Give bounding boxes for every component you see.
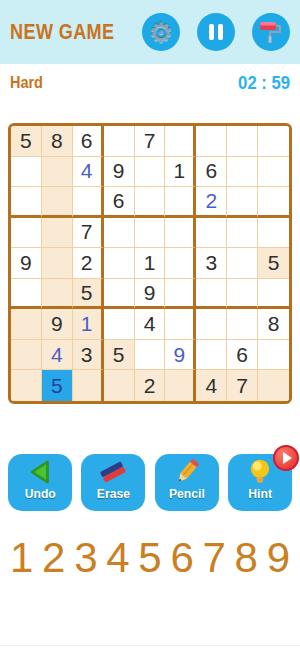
settings-button[interactable]: ⚙ (142, 13, 180, 51)
sudoku-cell-r1c3[interactable]: 6 (73, 126, 104, 157)
sudoku-cell-r6c2[interactable] (42, 279, 73, 310)
sudoku-cell-r7c8[interactable] (227, 309, 258, 340)
sudoku-board: 5867491662792135599148435965247 (8, 123, 292, 404)
paint-roller-icon (258, 19, 284, 45)
sudoku-cell-r1c8[interactable] (227, 126, 258, 157)
sudoku-cell-r7c4[interactable] (104, 309, 135, 340)
sudoku-cell-r3c8[interactable] (227, 187, 258, 218)
sudoku-cell-r1c4[interactable] (104, 126, 135, 157)
sudoku-cell-r4c4[interactable] (104, 218, 135, 249)
hint-label: Hint (248, 486, 272, 501)
sudoku-cell-r8c2[interactable]: 4 (42, 340, 73, 371)
sudoku-cell-r6c9[interactable] (258, 279, 289, 310)
sudoku-cell-r7c9[interactable]: 8 (258, 309, 289, 340)
page-title: NEW GAME (10, 19, 115, 45)
sudoku-cell-r4c1[interactable] (11, 218, 42, 249)
video-ad-play-icon (273, 445, 299, 471)
sudoku-cell-r9c9[interactable] (258, 370, 289, 401)
sudoku-cell-r9c4[interactable] (104, 370, 135, 401)
sudoku-cell-r6c5[interactable]: 9 (135, 279, 166, 310)
sudoku-cell-r1c7[interactable] (196, 126, 227, 157)
bottom-divider (0, 645, 300, 646)
top-bar-buttons: ⚙ (142, 13, 290, 51)
numpad-digit-9[interactable]: 9 (267, 537, 290, 579)
status-row: Hard 02 : 59 (0, 64, 300, 102)
sudoku-cell-r8c5[interactable] (135, 340, 166, 371)
sudoku-cell-r3c7[interactable]: 2 (196, 187, 227, 218)
top-bar: NEW GAME ⚙ (0, 0, 300, 64)
sudoku-cell-r2c9[interactable] (258, 157, 289, 188)
sudoku-cell-r6c8[interactable] (227, 279, 258, 310)
sudoku-cell-r9c3[interactable] (73, 370, 104, 401)
sudoku-cell-r8c4[interactable]: 5 (104, 340, 135, 371)
erase-label: Erase (97, 486, 130, 501)
numpad-digit-1[interactable]: 1 (10, 537, 33, 579)
sudoku-cell-r3c9[interactable] (258, 187, 289, 218)
sudoku-cell-r9c8[interactable]: 7 (227, 370, 258, 401)
numpad-digit-7[interactable]: 7 (202, 537, 225, 579)
sudoku-cell-r9c1[interactable] (11, 370, 42, 401)
sudoku-cell-r9c5[interactable]: 2 (135, 370, 166, 401)
pause-icon (209, 24, 223, 40)
sudoku-cell-r2c2[interactable] (42, 157, 73, 188)
sudoku-cell-r8c8[interactable]: 6 (227, 340, 258, 371)
sudoku-cell-r3c2[interactable] (42, 187, 73, 218)
sudoku-cell-r3c3[interactable] (73, 187, 104, 218)
sudoku-cell-r9c7[interactable]: 4 (196, 370, 227, 401)
undo-button[interactable]: Undo (8, 454, 72, 511)
pencil-icon (172, 457, 202, 487)
sudoku-cell-r1c2[interactable]: 8 (42, 126, 73, 157)
sudoku-cell-r8c3[interactable]: 3 (73, 340, 104, 371)
sudoku-cell-r6c4[interactable] (104, 279, 135, 310)
sudoku-cell-r3c4[interactable]: 6 (104, 187, 135, 218)
sudoku-cell-r8c9[interactable] (258, 340, 289, 371)
theme-button[interactable] (252, 13, 290, 51)
sudoku-cell-r5c7[interactable]: 3 (196, 248, 227, 279)
sudoku-cell-r4c3[interactable]: 7 (73, 218, 104, 249)
numpad-digit-3[interactable]: 3 (74, 537, 97, 579)
sudoku-cell-r7c5[interactable]: 4 (135, 309, 166, 340)
undo-arrow-icon (25, 457, 55, 487)
sudoku-cell-r1c1[interactable]: 5 (11, 126, 42, 157)
action-toolbar: Undo Erase Pencil (0, 454, 300, 511)
numpad-digit-6[interactable]: 6 (170, 537, 193, 579)
sudoku-cell-r2c8[interactable] (227, 157, 258, 188)
numpad-digit-5[interactable]: 5 (138, 537, 161, 579)
sudoku-cell-r7c7[interactable] (196, 309, 227, 340)
sudoku-cell-r2c4[interactable]: 9 (104, 157, 135, 188)
sudoku-cell-r2c6[interactable]: 1 (165, 157, 196, 188)
sudoku-cell-r7c3[interactable]: 1 (73, 309, 104, 340)
sudoku-cell-r1c5[interactable]: 7 (135, 126, 166, 157)
sudoku-cell-r5c4[interactable] (104, 248, 135, 279)
numpad-digit-2[interactable]: 2 (42, 537, 65, 579)
sudoku-cell-r4c9[interactable] (258, 218, 289, 249)
sudoku-cell-r5c6[interactable] (165, 248, 196, 279)
sudoku-cell-r5c8[interactable] (227, 248, 258, 279)
sudoku-cell-r3c5[interactable] (135, 187, 166, 218)
eraser-icon (98, 457, 128, 487)
sudoku-cell-r4c5[interactable] (135, 218, 166, 249)
sudoku-app: NEW GAME ⚙ Hard 02 : 59 5867491662792135… (0, 0, 300, 649)
sudoku-cell-r3c6[interactable] (165, 187, 196, 218)
sudoku-cell-r2c5[interactable] (135, 157, 166, 188)
timer: 02 : 59 (238, 72, 290, 94)
lightbulb-icon (245, 457, 275, 487)
sudoku-cell-r6c6[interactable] (165, 279, 196, 310)
sudoku-cell-r3c1[interactable] (11, 187, 42, 218)
sudoku-cell-r4c8[interactable] (227, 218, 258, 249)
difficulty-label: Hard (10, 73, 43, 93)
sudoku-cell-r2c3[interactable]: 4 (73, 157, 104, 188)
sudoku-cell-r1c6[interactable] (165, 126, 196, 157)
pencil-button[interactable]: Pencil (155, 454, 219, 511)
sudoku-cell-r1c9[interactable] (258, 126, 289, 157)
sudoku-cell-r4c2[interactable] (42, 218, 73, 249)
sudoku-cell-r8c7[interactable] (196, 340, 227, 371)
sudoku-cell-r8c1[interactable] (11, 340, 42, 371)
erase-button[interactable]: Erase (81, 454, 145, 511)
sudoku-cell-r6c1[interactable] (11, 279, 42, 310)
numpad-digit-4[interactable]: 4 (106, 537, 129, 579)
sudoku-cell-r5c5[interactable]: 1 (135, 248, 166, 279)
hint-button[interactable]: Hint (228, 454, 292, 511)
undo-label: Undo (24, 486, 55, 501)
sudoku-cell-r7c2[interactable]: 9 (42, 309, 73, 340)
number-pad: 123456789 (0, 537, 300, 579)
sudoku-cell-r2c7[interactable]: 6 (196, 157, 227, 188)
pencil-label: Pencil (169, 486, 205, 501)
sudoku-cell-r7c6[interactable] (165, 309, 196, 340)
sudoku-cell-r7c1[interactable] (11, 309, 42, 340)
gear-icon: ⚙ (149, 19, 173, 46)
sudoku-cell-r5c1[interactable]: 9 (11, 248, 42, 279)
sudoku-cell-r5c2[interactable] (42, 248, 73, 279)
pause-button[interactable] (197, 13, 235, 51)
sudoku-cell-r8c6[interactable]: 9 (165, 340, 196, 371)
sudoku-cell-r6c7[interactable] (196, 279, 227, 310)
sudoku-cell-r4c7[interactable] (196, 218, 227, 249)
sudoku-cell-r9c6[interactable] (165, 370, 196, 401)
sudoku-cell-r5c9[interactable]: 5 (258, 248, 289, 279)
sudoku-cell-r6c3[interactable]: 5 (73, 279, 104, 310)
sudoku-cell-r5c3[interactable]: 2 (73, 248, 104, 279)
sudoku-cell-r2c1[interactable] (11, 157, 42, 188)
sudoku-cell-r4c6[interactable] (165, 218, 196, 249)
sudoku-cell-r9c2[interactable]: 5 (42, 370, 73, 401)
numpad-digit-8[interactable]: 8 (235, 537, 258, 579)
